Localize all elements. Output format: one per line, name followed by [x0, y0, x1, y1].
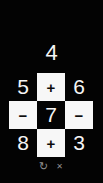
cell-r0c0[interactable]: 5 [9, 73, 37, 101]
cell-r0c1[interactable]: + [37, 73, 65, 101]
cell-r2c1[interactable]: + [37, 129, 65, 157]
bottom-controls: ↻ ✕ [0, 159, 103, 174]
puzzle-board: 5 + 6 − 7 − 8 + 3 [9, 73, 93, 157]
cell-r2c2[interactable]: 3 [65, 129, 93, 157]
top-number: 4 [0, 42, 103, 64]
game-screen: 4 5 + 6 − 7 − 8 + 3 ↻ ✕ [0, 0, 103, 183]
restart-icon: ↻ [39, 161, 48, 172]
cell-r1c2[interactable]: − [65, 101, 93, 129]
close-button[interactable]: ✕ [53, 160, 66, 173]
cell-r1c1[interactable]: 7 [37, 101, 65, 129]
cell-r1c0[interactable]: − [9, 101, 37, 129]
restart-button[interactable]: ↻ [37, 160, 50, 173]
close-icon: ✕ [56, 163, 63, 171]
cell-r2c0[interactable]: 8 [9, 129, 37, 157]
cell-r0c2[interactable]: 6 [65, 73, 93, 101]
